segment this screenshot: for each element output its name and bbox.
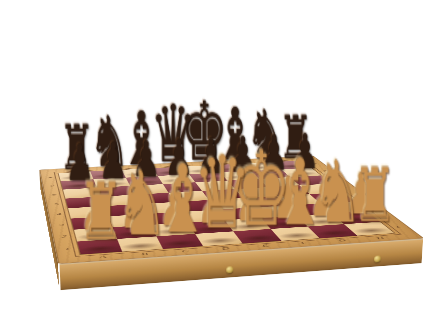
chess-set-photo: ABCDEFGH1122334455667788 ♜♞♝♛♚♝♞♜♟♟♟♟♟♟♟… (0, 0, 423, 318)
hinge-pin-icon (226, 266, 233, 273)
hinge-pin-icon (374, 256, 381, 263)
chess-board: ABCDEFGH1122334455667788 ♜♞♝♛♚♝♞♜♟♟♟♟♟♟♟… (39, 156, 423, 264)
piece-light-rook-a1: ♜ (77, 239, 122, 254)
piece-glyph: ♜ (55, 173, 148, 252)
